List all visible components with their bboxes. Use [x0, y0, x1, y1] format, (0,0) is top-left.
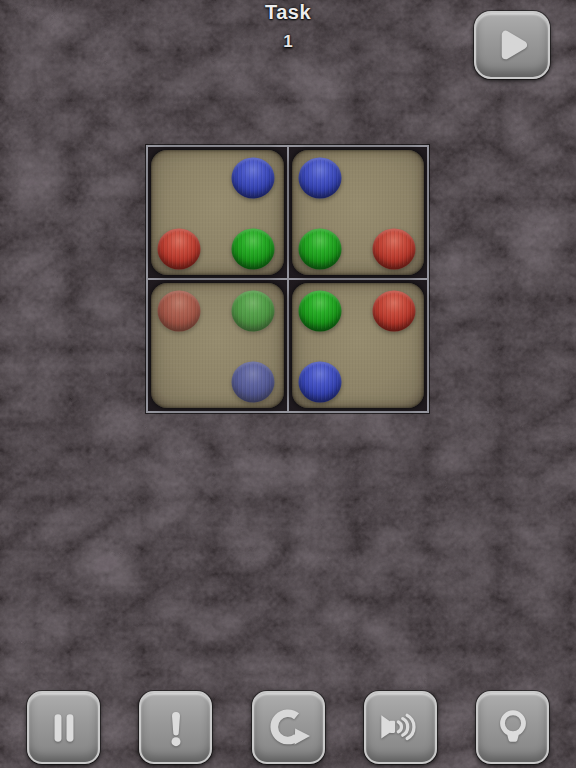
dot-red-bottom-right	[372, 228, 415, 269]
speaker-waves-icon	[378, 706, 422, 750]
game-screen: Task 1	[0, 0, 576, 768]
play-button[interactable]	[474, 11, 550, 79]
puzzle-board	[146, 145, 429, 413]
tile-r0c0[interactable]	[151, 150, 284, 275]
board-cell-r0c0	[148, 147, 287, 278]
pause-button[interactable]	[27, 691, 100, 764]
pause-icon	[43, 707, 85, 749]
tile-r1c0[interactable]	[151, 283, 284, 408]
dot-green-bottom-right	[232, 228, 275, 269]
refresh-button[interactable]	[252, 691, 325, 764]
dot-red-bottom-left	[158, 228, 201, 269]
tile-r0c1[interactable]	[292, 150, 425, 275]
dot-blue-top-right	[232, 157, 275, 198]
dot-green-top-right	[232, 290, 275, 331]
exclamation-button[interactable]	[139, 691, 212, 764]
board-cell-r1c0	[148, 280, 287, 411]
board-cell-r1c1	[289, 280, 428, 411]
sound-button[interactable]	[364, 691, 437, 764]
dot-blue-bottom-left	[298, 361, 341, 402]
play-icon	[482, 18, 542, 72]
toolbar	[0, 691, 576, 764]
dot-red-top-left	[158, 290, 201, 331]
hint-button[interactable]	[476, 691, 549, 764]
dot-green-bottom-left	[298, 228, 341, 269]
dot-red-top-right	[372, 290, 415, 331]
lightbulb-icon	[492, 707, 534, 749]
dot-blue-bottom-right	[232, 361, 275, 402]
exclamation-icon	[155, 707, 197, 749]
dot-blue-top-left	[298, 157, 341, 198]
refresh-icon	[266, 706, 310, 750]
dot-green-top-left	[298, 290, 341, 331]
board-cell-r0c1	[289, 147, 428, 278]
tile-r1c1[interactable]	[292, 283, 425, 408]
